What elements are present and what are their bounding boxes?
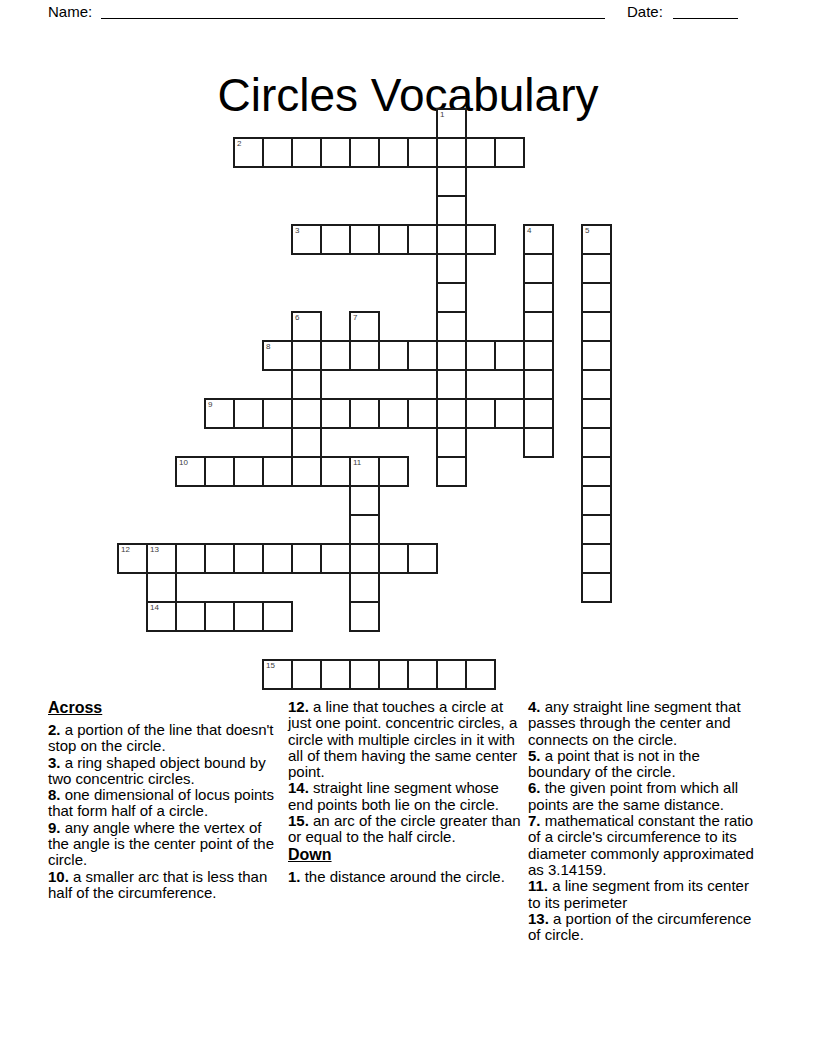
grid-cell-r10-c8[interactable] (349, 398, 380, 429)
cell-number-1: 1 (440, 110, 444, 120)
grid-cell-r14-c16[interactable] (581, 514, 612, 545)
grid-cell-r12-c7[interactable] (320, 456, 351, 487)
clue-10: 10. a smaller arc that is less than half… (48, 869, 285, 902)
clue-number-label: 11. (528, 877, 548, 894)
grid-cell-r8-c16[interactable] (581, 340, 612, 371)
grid-cell-r8-c5[interactable]: 8 (262, 340, 293, 371)
cell-number-12: 12 (121, 545, 130, 555)
grid-cell-r17-c1[interactable]: 14 (146, 601, 177, 632)
grid-cell-r1-c10[interactable] (407, 137, 438, 168)
clue-13: 13. a portion of the circumference of ci… (528, 911, 765, 944)
grid-cell-r9-c11[interactable] (436, 369, 467, 400)
cell-number-6: 6 (295, 313, 299, 323)
grid-cell-r12-c4[interactable] (233, 456, 264, 487)
grid-cell-r15-c3[interactable] (204, 543, 235, 574)
clue-column-1: Across2. a portion of the line that does… (48, 699, 285, 901)
clue-number-label: 2. (48, 721, 61, 738)
grid-cell-r8-c9[interactable] (378, 340, 409, 371)
grid-cell-r15-c1[interactable]: 13 (146, 543, 177, 574)
grid-cell-r16-c8[interactable] (349, 572, 380, 603)
grid-cell-r11-c14[interactable] (523, 427, 554, 458)
grid-cell-r10-c3[interactable]: 9 (204, 398, 235, 429)
crossword-grid: 123456789101112131415 (117, 108, 612, 690)
grid-cell-r19-c10[interactable] (407, 659, 438, 690)
grid-cell-r10-c12[interactable] (465, 398, 496, 429)
cell-number-9: 9 (208, 400, 212, 410)
grid-cell-r10-c16[interactable] (581, 398, 612, 429)
grid-cell-r17-c2[interactable] (175, 601, 206, 632)
grid-cell-r7-c16[interactable] (581, 311, 612, 342)
grid-cell-r10-c14[interactable] (523, 398, 554, 429)
grid-cell-r12-c16[interactable] (581, 456, 612, 487)
clue-2: 2. a portion of the line that doesn't st… (48, 722, 285, 755)
name-writein-line (101, 18, 605, 19)
name-label: Name: (48, 3, 92, 20)
clue-number-label: 15. (288, 812, 309, 829)
grid-cell-r15-c2[interactable] (175, 543, 206, 574)
grid-cell-r7-c8[interactable]: 7 (349, 311, 380, 342)
date-label: Date: (627, 3, 663, 20)
grid-cell-r8-c10[interactable] (407, 340, 438, 371)
clue-number-label: 9. (48, 819, 61, 836)
grid-cell-r16-c16[interactable] (581, 572, 612, 603)
grid-cell-r10-c5[interactable] (262, 398, 293, 429)
grid-cell-r19-c12[interactable] (465, 659, 496, 690)
grid-cell-r6-c11[interactable] (436, 282, 467, 313)
clue-number-label: 5. (528, 747, 541, 764)
clue-6: 6. the given point from which all points… (528, 780, 765, 813)
grid-cell-r10-c6[interactable] (291, 398, 322, 429)
clue-8: 8. one dimensional of locus points that … (48, 787, 285, 820)
grid-cell-r5-c14[interactable] (523, 253, 554, 284)
grid-cell-r17-c5[interactable] (262, 601, 293, 632)
clue-number-label: 12. (288, 698, 309, 715)
grid-cell-r1-c12[interactable] (465, 137, 496, 168)
clue-number-label: 1. (288, 868, 301, 885)
clue-3: 3. a ring shaped object bound by two con… (48, 755, 285, 788)
grid-cell-r12-c6[interactable] (291, 456, 322, 487)
grid-cell-r15-c7[interactable] (320, 543, 351, 574)
grid-cell-r15-c5[interactable] (262, 543, 293, 574)
clue-1: 1. the distance around the circle. (288, 869, 525, 885)
grid-cell-r1-c4[interactable]: 2 (233, 137, 264, 168)
cell-number-10: 10 (179, 458, 188, 468)
grid-cell-r11-c16[interactable] (581, 427, 612, 458)
clue-column-3: 4. any straight line segment that passes… (528, 699, 765, 943)
grid-cell-r7-c11[interactable] (436, 311, 467, 342)
grid-cell-r1-c7[interactable] (320, 137, 351, 168)
date-writein-line (673, 18, 738, 19)
grid-cell-r16-c1[interactable] (146, 572, 177, 603)
grid-cell-r4-c12[interactable] (465, 224, 496, 255)
grid-cell-r12-c9[interactable] (378, 456, 409, 487)
grid-cell-r9-c14[interactable] (523, 369, 554, 400)
grid-cell-r7-c14[interactable] (523, 311, 554, 342)
grid-cell-r15-c4[interactable] (233, 543, 264, 574)
clue-12: 12. a line that touches a circle at just… (288, 699, 525, 780)
grid-cell-r9-c6[interactable] (291, 369, 322, 400)
grid-cell-r19-c9[interactable] (378, 659, 409, 690)
grid-cell-r10-c10[interactable] (407, 398, 438, 429)
grid-cell-r1-c13[interactable] (494, 137, 525, 168)
cell-number-13: 13 (150, 545, 159, 555)
grid-cell-r9-c16[interactable] (581, 369, 612, 400)
cell-number-15: 15 (266, 661, 275, 671)
grid-cell-r12-c2[interactable]: 10 (175, 456, 206, 487)
grid-cell-r1-c5[interactable] (262, 137, 293, 168)
grid-cell-r10-c13[interactable] (494, 398, 525, 429)
down-heading: Down (288, 846, 525, 863)
grid-cell-r11-c6[interactable] (291, 427, 322, 458)
clue-number-label: 7. (528, 812, 541, 829)
grid-cell-r19-c5[interactable]: 15 (262, 659, 293, 690)
cell-number-11: 11 (353, 458, 361, 468)
grid-cell-r8-c6[interactable] (291, 340, 322, 371)
grid-cell-r4-c8[interactable] (349, 224, 380, 255)
grid-cell-r15-c6[interactable] (291, 543, 322, 574)
grid-cell-r1-c11[interactable] (436, 137, 467, 168)
grid-cell-r8-c14[interactable] (523, 340, 554, 371)
grid-cell-r10-c11[interactable] (436, 398, 467, 429)
grid-cell-r15-c10[interactable] (407, 543, 438, 574)
grid-cell-r10-c7[interactable] (320, 398, 351, 429)
grid-cell-r5-c11[interactable] (436, 253, 467, 284)
grid-cell-r6-c16[interactable] (581, 282, 612, 313)
grid-cell-r4-c6[interactable]: 3 (291, 224, 322, 255)
cell-number-8: 8 (266, 342, 270, 352)
clue-number-label: 6. (528, 779, 541, 796)
grid-cell-r12-c3[interactable] (204, 456, 235, 487)
across-heading: Across (48, 699, 285, 716)
grid-cell-r3-c11[interactable] (436, 195, 467, 226)
grid-cell-r15-c0[interactable]: 12 (117, 543, 148, 574)
grid-cell-r19-c6[interactable] (291, 659, 322, 690)
grid-cell-r4-c10[interactable] (407, 224, 438, 255)
grid-cell-r6-c14[interactable] (523, 282, 554, 313)
grid-cell-r8-c7[interactable] (320, 340, 351, 371)
clue-4: 4. any straight line segment that passes… (528, 699, 765, 748)
clue-number-label: 4. (528, 698, 541, 715)
clue-7: 7. mathematical constant the ratio of a … (528, 813, 765, 878)
grid-cell-r19-c8[interactable] (349, 659, 380, 690)
clue-number-label: 8. (48, 786, 61, 803)
grid-cell-r12-c8[interactable]: 11 (349, 456, 380, 487)
clue-number-label: 10. (48, 868, 69, 885)
grid-cell-r15-c16[interactable] (581, 543, 612, 574)
grid-cell-r8-c12[interactable] (465, 340, 496, 371)
clue-5: 5. a point that is not in the boundary o… (528, 748, 765, 781)
clue-14: 14. straight line segment whose end poin… (288, 780, 525, 813)
cell-number-2: 2 (237, 139, 241, 149)
grid-cell-r1-c8[interactable] (349, 137, 380, 168)
grid-cell-r4-c14[interactable]: 4 (523, 224, 554, 255)
grid-cell-r11-c11[interactable] (436, 427, 467, 458)
clue-15: 15. an arc of the circle greater than or… (288, 813, 525, 846)
grid-cell-r5-c16[interactable] (581, 253, 612, 284)
grid-cell-r19-c7[interactable] (320, 659, 351, 690)
grid-cell-r14-c8[interactable] (349, 514, 380, 545)
grid-cell-r1-c9[interactable] (378, 137, 409, 168)
cell-number-14: 14 (150, 603, 159, 613)
grid-cell-r12-c11[interactable] (436, 456, 467, 487)
grid-cell-r4-c16[interactable]: 5 (581, 224, 612, 255)
grid-cell-r0-c11[interactable]: 1 (436, 108, 467, 139)
cell-number-7: 7 (353, 313, 357, 323)
grid-cell-r12-c5[interactable] (262, 456, 293, 487)
grid-cell-r10-c4[interactable] (233, 398, 264, 429)
cell-number-5: 5 (585, 226, 589, 236)
clue-11: 11. a line segment from its center to it… (528, 878, 765, 911)
grid-cell-r17-c4[interactable] (233, 601, 264, 632)
grid-cell-r2-c11[interactable] (436, 166, 467, 197)
grid-cell-r8-c8[interactable] (349, 340, 380, 371)
grid-cell-r17-c8[interactable] (349, 601, 380, 632)
grid-cell-r13-c8[interactable] (349, 485, 380, 516)
grid-cell-r15-c9[interactable] (378, 543, 409, 574)
grid-cell-r7-c6[interactable]: 6 (291, 311, 322, 342)
grid-cell-r19-c11[interactable] (436, 659, 467, 690)
grid-cell-r4-c7[interactable] (320, 224, 351, 255)
clue-9: 9. any angle where the vertex of the ang… (48, 820, 285, 869)
grid-cell-r17-c3[interactable] (204, 601, 235, 632)
clue-number-label: 13. (528, 910, 549, 927)
clue-number-label: 14. (288, 779, 309, 796)
grid-cell-r13-c16[interactable] (581, 485, 612, 516)
grid-cell-r8-c13[interactable] (494, 340, 525, 371)
cell-number-3: 3 (295, 226, 299, 236)
grid-cell-r4-c11[interactable] (436, 224, 467, 255)
grid-cell-r10-c9[interactable] (378, 398, 409, 429)
clue-number-label: 3. (48, 754, 61, 771)
clue-column-2: 12. a line that touches a circle at just… (288, 699, 525, 885)
grid-cell-r8-c11[interactable] (436, 340, 467, 371)
grid-cell-r4-c9[interactable] (378, 224, 409, 255)
grid-cell-r1-c6[interactable] (291, 137, 322, 168)
grid-cell-r15-c8[interactable] (349, 543, 380, 574)
cell-number-4: 4 (527, 226, 531, 236)
